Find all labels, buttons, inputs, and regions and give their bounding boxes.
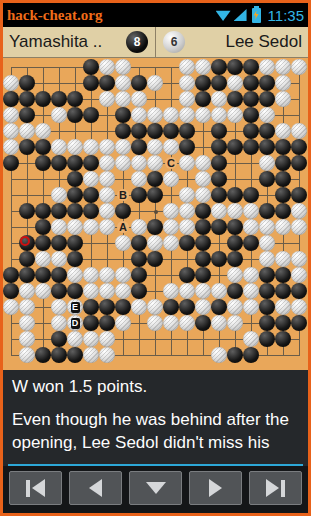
white-stone bbox=[3, 139, 19, 155]
white-stone bbox=[211, 107, 227, 123]
white-stone bbox=[3, 75, 19, 91]
white-stone bbox=[291, 219, 307, 235]
black-stone bbox=[259, 267, 275, 283]
black-stone bbox=[67, 283, 83, 299]
black-stone bbox=[99, 75, 115, 91]
black-stone bbox=[19, 267, 35, 283]
skip-to-end-icon bbox=[266, 479, 279, 497]
variation-down-button[interactable] bbox=[129, 471, 182, 505]
white-stone bbox=[115, 75, 131, 91]
white-stone bbox=[179, 75, 195, 91]
white-stone bbox=[67, 331, 83, 347]
white-stone bbox=[19, 123, 35, 139]
white-stone bbox=[259, 59, 275, 75]
white-stone bbox=[83, 347, 99, 363]
battery-charging-icon bbox=[252, 8, 261, 23]
white-stone bbox=[275, 123, 291, 139]
black-stone bbox=[179, 139, 195, 155]
white-stone bbox=[243, 283, 259, 299]
white-stone bbox=[195, 283, 211, 299]
black-stone bbox=[243, 107, 259, 123]
watermark-text: hack-cheat.org bbox=[7, 7, 216, 24]
white-stone bbox=[275, 219, 291, 235]
white-stone bbox=[99, 267, 115, 283]
black-stone bbox=[51, 283, 67, 299]
black-stone bbox=[227, 187, 243, 203]
black-stone bbox=[259, 315, 275, 331]
white-stone bbox=[19, 299, 35, 315]
comment-panel[interactable]: W won 1.5 points. Even though he was beh… bbox=[3, 370, 308, 466]
black-stone bbox=[131, 283, 147, 299]
white-stone bbox=[115, 59, 131, 75]
black-stone bbox=[211, 187, 227, 203]
commentary-text: Even though he was behind after the open… bbox=[12, 409, 299, 454]
white-stone bbox=[51, 219, 67, 235]
white-stone bbox=[179, 315, 195, 331]
white-stone bbox=[259, 219, 275, 235]
black-stone bbox=[51, 331, 67, 347]
black-stone bbox=[67, 91, 83, 107]
black-stone bbox=[211, 139, 227, 155]
black-stone bbox=[211, 299, 227, 315]
white-stone bbox=[259, 107, 275, 123]
black-stone bbox=[259, 299, 275, 315]
white-stone bbox=[35, 123, 51, 139]
black-stone bbox=[67, 171, 83, 187]
white-stone bbox=[3, 107, 19, 123]
black-stone bbox=[163, 299, 179, 315]
black-stone bbox=[227, 251, 243, 267]
white-stone bbox=[163, 235, 179, 251]
next-move-button[interactable] bbox=[189, 471, 242, 505]
black-stone bbox=[275, 203, 291, 219]
black-stone bbox=[243, 139, 259, 155]
black-stone bbox=[51, 347, 67, 363]
white-stone bbox=[163, 203, 179, 219]
black-stone bbox=[211, 123, 227, 139]
white-stone bbox=[179, 203, 195, 219]
white-stone bbox=[195, 299, 211, 315]
white-stone bbox=[259, 155, 275, 171]
black-stone bbox=[195, 251, 211, 267]
white-stone bbox=[3, 299, 19, 315]
black-stone bbox=[83, 299, 99, 315]
black-stone bbox=[131, 251, 147, 267]
black-stone bbox=[243, 347, 259, 363]
black-stone bbox=[19, 235, 35, 251]
signal-icon bbox=[234, 9, 247, 21]
white-stone bbox=[227, 75, 243, 91]
go-board[interactable]: ABCED bbox=[3, 58, 308, 370]
white-stone bbox=[115, 235, 131, 251]
white-stone bbox=[99, 219, 115, 235]
variation-label-D[interactable]: D bbox=[71, 318, 80, 329]
white-stone bbox=[51, 187, 67, 203]
black-stone bbox=[51, 91, 67, 107]
black-stone bbox=[67, 155, 83, 171]
white-stone bbox=[179, 219, 195, 235]
white-stone bbox=[195, 171, 211, 187]
white-stone bbox=[35, 251, 51, 267]
black-stone bbox=[179, 267, 195, 283]
black-stone bbox=[195, 267, 211, 283]
first-move-button[interactable] bbox=[9, 471, 62, 505]
black-stone bbox=[67, 251, 83, 267]
white-stone bbox=[179, 91, 195, 107]
black-stone bbox=[259, 91, 275, 107]
white-stone bbox=[275, 91, 291, 107]
black-stone bbox=[259, 139, 275, 155]
hoshi-point bbox=[154, 210, 158, 214]
white-stone bbox=[291, 123, 307, 139]
white-stone bbox=[99, 59, 115, 75]
black-stone bbox=[227, 91, 243, 107]
white-stone bbox=[131, 171, 147, 187]
white-stone bbox=[275, 251, 291, 267]
black-stone bbox=[195, 91, 211, 107]
white-stone bbox=[51, 315, 67, 331]
white-stone bbox=[19, 331, 35, 347]
white-stone bbox=[227, 299, 243, 315]
navigation-toolbar bbox=[3, 466, 308, 513]
white-stone bbox=[243, 203, 259, 219]
black-stone bbox=[227, 347, 243, 363]
white-stone bbox=[163, 219, 179, 235]
white-player-name: Lee Sedol bbox=[190, 32, 302, 52]
status-bar: hack-cheat.org 11:35 bbox=[3, 3, 308, 27]
white-stone bbox=[291, 299, 307, 315]
white-stone bbox=[99, 171, 115, 187]
black-stone bbox=[275, 315, 291, 331]
black-stone bbox=[131, 139, 147, 155]
white-stone bbox=[83, 283, 99, 299]
black-stone bbox=[195, 75, 211, 91]
white-stone bbox=[131, 91, 147, 107]
black-stone bbox=[51, 267, 67, 283]
white-stone bbox=[227, 315, 243, 331]
black-stone bbox=[259, 331, 275, 347]
black-stone bbox=[3, 155, 19, 171]
black-stone bbox=[275, 155, 291, 171]
white-stone bbox=[147, 139, 163, 155]
white-stone bbox=[147, 155, 163, 171]
variation-label-C[interactable]: C bbox=[163, 155, 179, 171]
black-stone bbox=[35, 347, 51, 363]
white-stone bbox=[19, 315, 35, 331]
white-stone bbox=[211, 347, 227, 363]
black-stone bbox=[19, 251, 35, 267]
black-stone bbox=[211, 171, 227, 187]
black-stone bbox=[147, 123, 163, 139]
black-stone bbox=[83, 187, 99, 203]
black-stone bbox=[211, 59, 227, 75]
white-stone bbox=[99, 203, 115, 219]
black-stone bbox=[51, 155, 67, 171]
white-stone bbox=[227, 267, 243, 283]
white-stone bbox=[211, 91, 227, 107]
last-move-button[interactable] bbox=[249, 471, 302, 505]
black-stone bbox=[19, 75, 35, 91]
black-stone bbox=[83, 107, 99, 123]
white-stone bbox=[147, 315, 163, 331]
white-stone bbox=[275, 59, 291, 75]
black-stone bbox=[115, 123, 131, 139]
white-stone bbox=[99, 91, 115, 107]
white-stone bbox=[51, 107, 67, 123]
white-stone bbox=[243, 267, 259, 283]
black-stone bbox=[243, 91, 259, 107]
variation-label-B[interactable]: B bbox=[115, 187, 131, 203]
skip-to-start-icon bbox=[26, 480, 30, 497]
black-stone bbox=[243, 75, 259, 91]
black-stone bbox=[179, 235, 195, 251]
black-stone bbox=[227, 283, 243, 299]
white-stone bbox=[147, 235, 163, 251]
white-stone bbox=[115, 155, 131, 171]
black-stone bbox=[147, 187, 163, 203]
variation-label-E[interactable]: E bbox=[71, 302, 80, 313]
black-stone bbox=[147, 251, 163, 267]
white-stone bbox=[83, 219, 99, 235]
black-stone bbox=[35, 203, 51, 219]
black-stone bbox=[67, 235, 83, 251]
black-stone bbox=[243, 235, 259, 251]
black-stone bbox=[99, 315, 115, 331]
black-stone bbox=[291, 155, 307, 171]
white-stone bbox=[115, 267, 131, 283]
black-stone bbox=[115, 203, 131, 219]
white-stone bbox=[115, 315, 131, 331]
white-stone bbox=[259, 251, 275, 267]
white-stone bbox=[163, 107, 179, 123]
black-stone bbox=[35, 91, 51, 107]
black-stone bbox=[3, 283, 19, 299]
white-stone bbox=[131, 107, 147, 123]
black-stone bbox=[83, 155, 99, 171]
black-stone bbox=[179, 299, 195, 315]
black-stone bbox=[131, 235, 147, 251]
black-stone bbox=[35, 219, 51, 235]
black-stone bbox=[291, 187, 307, 203]
white-stone bbox=[99, 347, 115, 363]
black-stone bbox=[243, 59, 259, 75]
white-stone bbox=[19, 283, 35, 299]
black-stone bbox=[19, 91, 35, 107]
scroll-indicator-line bbox=[8, 464, 303, 466]
white-stone bbox=[51, 139, 67, 155]
white-stone bbox=[211, 203, 227, 219]
white-stone bbox=[179, 187, 195, 203]
black-stone bbox=[19, 107, 35, 123]
result-text: W won 1.5 points. bbox=[12, 376, 299, 398]
white-stone bbox=[147, 107, 163, 123]
black-stone bbox=[211, 219, 227, 235]
black-stone bbox=[3, 91, 19, 107]
black-stone bbox=[275, 283, 291, 299]
black-stone bbox=[259, 123, 275, 139]
black-stone bbox=[35, 235, 51, 251]
black-stone bbox=[195, 315, 211, 331]
white-stone bbox=[195, 187, 211, 203]
down-icon bbox=[146, 482, 166, 494]
black-stone bbox=[67, 203, 83, 219]
white-stone bbox=[115, 283, 131, 299]
white-stone bbox=[115, 91, 131, 107]
black-stone bbox=[211, 251, 227, 267]
white-stone bbox=[195, 59, 211, 75]
white-stone bbox=[67, 139, 83, 155]
black-stone bbox=[99, 299, 115, 315]
white-stone bbox=[35, 283, 51, 299]
black-stone bbox=[195, 235, 211, 251]
white-stone bbox=[163, 171, 179, 187]
app-window: hack-cheat.org 11:35 Yamashita .. 8 6 Le… bbox=[0, 0, 311, 516]
black-stone bbox=[147, 171, 163, 187]
black-stone bbox=[275, 187, 291, 203]
white-stone bbox=[131, 155, 147, 171]
white-stone bbox=[179, 155, 195, 171]
white-captures-stone-icon: 6 bbox=[163, 31, 185, 53]
white-stone bbox=[99, 139, 115, 155]
white-stone bbox=[51, 299, 67, 315]
white-stone bbox=[99, 187, 115, 203]
next-icon bbox=[209, 479, 222, 497]
black-stone bbox=[275, 171, 291, 187]
wifi-icon bbox=[216, 9, 231, 21]
white-stone bbox=[83, 267, 99, 283]
black-stone bbox=[243, 123, 259, 139]
black-stone bbox=[35, 267, 51, 283]
white-stone bbox=[163, 315, 179, 331]
black-stone bbox=[147, 219, 163, 235]
previous-icon bbox=[89, 479, 102, 497]
black-stone bbox=[259, 171, 275, 187]
white-stone bbox=[227, 107, 243, 123]
black-stone bbox=[227, 219, 243, 235]
status-icons: 11:35 bbox=[216, 7, 304, 24]
white-stone bbox=[275, 299, 291, 315]
black-stone bbox=[35, 155, 51, 171]
lightning-bolt-icon bbox=[254, 11, 259, 20]
white-stone bbox=[243, 219, 259, 235]
white-stone bbox=[147, 299, 163, 315]
black-stone bbox=[275, 331, 291, 347]
black-stone bbox=[275, 139, 291, 155]
black-stone bbox=[3, 267, 19, 283]
last-move-marker bbox=[20, 236, 30, 246]
white-stone bbox=[131, 219, 147, 235]
skip-to-start-icon bbox=[32, 479, 45, 497]
black-stone bbox=[211, 155, 227, 171]
black-stone bbox=[115, 107, 131, 123]
black-stone bbox=[243, 187, 259, 203]
black-stone bbox=[35, 139, 51, 155]
white-stone bbox=[99, 155, 115, 171]
variation-label-A[interactable]: A bbox=[115, 219, 131, 235]
black-stone bbox=[19, 203, 35, 219]
black-stone bbox=[179, 123, 195, 139]
status-clock: 11:35 bbox=[268, 7, 304, 24]
game-header: Yamashita .. 8 6 Lee Sedol bbox=[3, 27, 308, 58]
black-stone bbox=[115, 299, 131, 315]
white-stone bbox=[83, 139, 99, 155]
white-stone bbox=[147, 75, 163, 91]
skip-to-end-icon bbox=[281, 480, 285, 497]
white-stone bbox=[163, 283, 179, 299]
black-stone bbox=[227, 139, 243, 155]
previous-move-button[interactable] bbox=[69, 471, 122, 505]
white-stone bbox=[179, 59, 195, 75]
white-stone bbox=[3, 123, 19, 139]
black-stone bbox=[211, 75, 227, 91]
black-stone bbox=[259, 75, 275, 91]
black-stone bbox=[67, 107, 83, 123]
white-stone bbox=[195, 155, 211, 171]
white-stone bbox=[227, 203, 243, 219]
black-stone bbox=[51, 235, 67, 251]
black-stone bbox=[131, 123, 147, 139]
white-stone bbox=[19, 347, 35, 363]
black-stone bbox=[291, 139, 307, 155]
white-stone bbox=[163, 139, 179, 155]
white-stone bbox=[115, 139, 131, 155]
white-stone bbox=[291, 267, 307, 283]
white-stone bbox=[67, 267, 83, 283]
white-stone bbox=[211, 283, 227, 299]
black-stone bbox=[259, 283, 275, 299]
black-stone bbox=[131, 187, 147, 203]
black-stone bbox=[163, 123, 179, 139]
white-stone bbox=[211, 315, 227, 331]
black-stone bbox=[19, 139, 35, 155]
black-stone bbox=[227, 59, 243, 75]
black-stone bbox=[259, 203, 275, 219]
white-stone bbox=[179, 107, 195, 123]
black-stone bbox=[83, 75, 99, 91]
black-stone bbox=[291, 283, 307, 299]
white-stone bbox=[243, 331, 259, 347]
white-stone bbox=[291, 251, 307, 267]
black-stone bbox=[67, 187, 83, 203]
header-divider bbox=[155, 27, 156, 58]
black-stone bbox=[227, 235, 243, 251]
white-stone bbox=[99, 283, 115, 299]
white-stone bbox=[99, 331, 115, 347]
black-stone bbox=[83, 59, 99, 75]
black-stone bbox=[195, 203, 211, 219]
black-stone bbox=[67, 347, 83, 363]
white-stone bbox=[291, 203, 307, 219]
white-stone bbox=[195, 107, 211, 123]
white-stone bbox=[83, 331, 99, 347]
black-stone bbox=[83, 203, 99, 219]
black-stone bbox=[275, 267, 291, 283]
white-stone bbox=[179, 283, 195, 299]
black-stone bbox=[291, 315, 307, 331]
white-stone bbox=[243, 299, 259, 315]
black-stone bbox=[83, 315, 99, 331]
white-stone bbox=[131, 299, 147, 315]
white-stone bbox=[259, 235, 275, 251]
white-stone bbox=[83, 171, 99, 187]
black-player-name: Yamashita .. bbox=[9, 32, 121, 52]
black-stone bbox=[51, 203, 67, 219]
black-captures-stone-icon: 8 bbox=[126, 31, 148, 53]
white-stone bbox=[275, 75, 291, 91]
white-stone bbox=[67, 219, 83, 235]
black-stone bbox=[131, 75, 147, 91]
black-stone bbox=[195, 219, 211, 235]
